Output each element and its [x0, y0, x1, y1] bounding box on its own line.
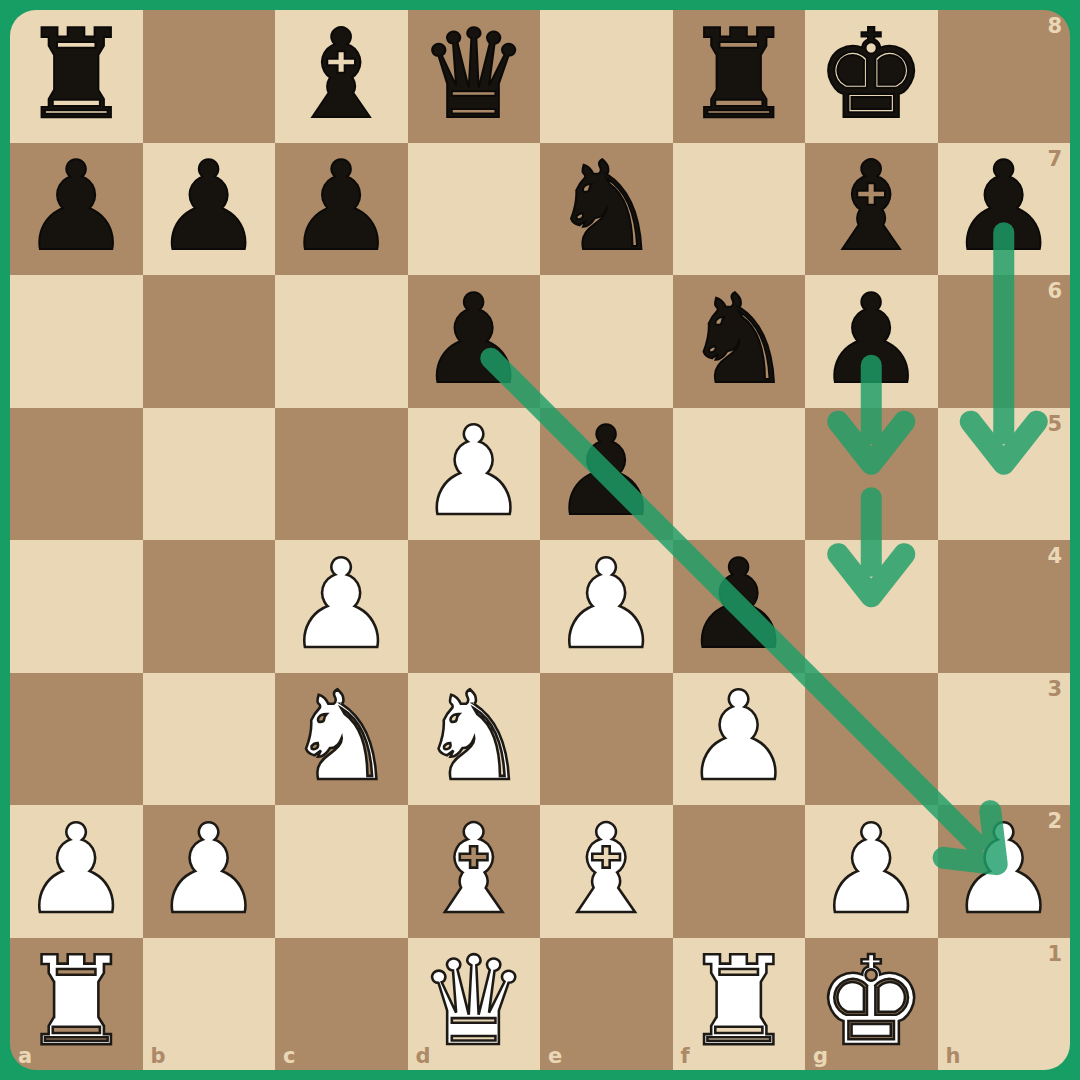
white-pawn-h2[interactable]: ♟	[949, 808, 1059, 931]
rank-label-3: 3	[1047, 679, 1062, 700]
white-pawn-g2[interactable]: ♟	[816, 808, 926, 931]
file-label-d: d	[416, 1046, 431, 1067]
square-a1[interactable]: ♜a	[10, 938, 143, 1071]
square-g7[interactable]: ♝	[805, 143, 938, 276]
square-g3[interactable]	[805, 673, 938, 806]
file-label-g: g	[813, 1046, 828, 1067]
black-pawn-c7[interactable]: ♟	[286, 145, 396, 268]
square-a3[interactable]	[10, 673, 143, 806]
black-king-g8[interactable]: ♚	[816, 13, 926, 136]
square-h5[interactable]: 5	[938, 408, 1071, 541]
square-h2[interactable]: ♟2	[938, 805, 1071, 938]
square-d2[interactable]: ♝	[408, 805, 541, 938]
file-label-a: a	[18, 1046, 32, 1067]
black-pawn-b7[interactable]: ♟	[154, 145, 264, 268]
square-h4[interactable]: 4	[938, 540, 1071, 673]
square-g6[interactable]: ♟	[805, 275, 938, 408]
black-knight-f6[interactable]: ♞	[684, 278, 794, 401]
square-d3[interactable]: ♞	[408, 673, 541, 806]
white-pawn-e4[interactable]: ♟	[551, 543, 661, 666]
rank-label-6: 6	[1047, 281, 1062, 302]
square-c5[interactable]	[275, 408, 408, 541]
rank-label-4: 4	[1047, 546, 1062, 567]
white-pawn-f3[interactable]: ♟	[684, 675, 794, 798]
white-pawn-a2[interactable]: ♟	[21, 808, 131, 931]
white-king-g1[interactable]: ♚	[816, 940, 926, 1063]
square-e7[interactable]: ♞	[540, 143, 673, 276]
square-g2[interactable]: ♟	[805, 805, 938, 938]
square-c3[interactable]: ♞	[275, 673, 408, 806]
square-b1[interactable]: b	[143, 938, 276, 1071]
square-b3[interactable]	[143, 673, 276, 806]
square-a8[interactable]: ♜	[10, 10, 143, 143]
rank-label-1: 1	[1047, 944, 1062, 965]
rank-label-8: 8	[1047, 16, 1062, 37]
square-a7[interactable]: ♟	[10, 143, 143, 276]
white-rook-f1[interactable]: ♜	[684, 940, 794, 1063]
square-d4[interactable]	[408, 540, 541, 673]
square-f8[interactable]: ♜	[673, 10, 806, 143]
black-bishop-g7[interactable]: ♝	[816, 145, 926, 268]
black-pawn-h7[interactable]: ♟	[949, 145, 1059, 268]
square-a5[interactable]	[10, 408, 143, 541]
file-label-e: e	[548, 1046, 562, 1067]
white-bishop-e2[interactable]: ♝	[551, 808, 661, 931]
chess-board: ♜♝♛♜♚8♟♟♟♞♝♟7♟♞♟6♟♟5♟♟♟4♞♞♟3♟♟♝♝♟♟2♜abc♛…	[10, 10, 1070, 1070]
square-c6[interactable]	[275, 275, 408, 408]
white-knight-d3[interactable]: ♞	[419, 675, 529, 798]
black-pawn-a7[interactable]: ♟	[21, 145, 131, 268]
square-e8[interactable]	[540, 10, 673, 143]
white-pawn-b2[interactable]: ♟	[154, 808, 264, 931]
square-f2[interactable]	[673, 805, 806, 938]
square-b6[interactable]	[143, 275, 276, 408]
square-g1[interactable]: ♚g	[805, 938, 938, 1071]
square-h6[interactable]: 6	[938, 275, 1071, 408]
square-d5[interactable]: ♟	[408, 408, 541, 541]
white-rook-a1[interactable]: ♜	[21, 940, 131, 1063]
black-pawn-g6[interactable]: ♟	[816, 278, 926, 401]
black-queen-d8[interactable]: ♛	[419, 13, 529, 136]
square-e6[interactable]	[540, 275, 673, 408]
square-a2[interactable]: ♟	[10, 805, 143, 938]
square-b4[interactable]	[143, 540, 276, 673]
file-label-f: f	[681, 1046, 690, 1067]
square-e2[interactable]: ♝	[540, 805, 673, 938]
square-f7[interactable]	[673, 143, 806, 276]
black-rook-f8[interactable]: ♜	[684, 13, 794, 136]
square-f5[interactable]	[673, 408, 806, 541]
square-e3[interactable]	[540, 673, 673, 806]
black-rook-a8[interactable]: ♜	[21, 13, 131, 136]
square-c7[interactable]: ♟	[275, 143, 408, 276]
white-pawn-c4[interactable]: ♟	[286, 543, 396, 666]
square-c2[interactable]	[275, 805, 408, 938]
square-e1[interactable]: e	[540, 938, 673, 1071]
square-f6[interactable]: ♞	[673, 275, 806, 408]
square-a6[interactable]	[10, 275, 143, 408]
file-label-c: c	[283, 1046, 295, 1067]
black-bishop-c8[interactable]: ♝	[286, 13, 396, 136]
square-h7[interactable]: ♟7	[938, 143, 1071, 276]
square-g4[interactable]	[805, 540, 938, 673]
square-h8[interactable]: 8	[938, 10, 1071, 143]
white-queen-d1[interactable]: ♛	[419, 940, 529, 1063]
board-frame: ♜♝♛♜♚8♟♟♟♞♝♟7♟♞♟6♟♟5♟♟♟4♞♞♟3♟♟♝♝♟♟2♜abc♛…	[0, 0, 1080, 1080]
square-d8[interactable]: ♛	[408, 10, 541, 143]
square-g5[interactable]	[805, 408, 938, 541]
black-knight-e7[interactable]: ♞	[551, 145, 661, 268]
square-e5[interactable]: ♟	[540, 408, 673, 541]
black-pawn-d6[interactable]: ♟	[419, 278, 529, 401]
square-h3[interactable]: 3	[938, 673, 1071, 806]
square-f1[interactable]: ♜f	[673, 938, 806, 1071]
black-pawn-e5[interactable]: ♟	[551, 410, 661, 533]
rank-label-2: 2	[1047, 811, 1062, 832]
square-b7[interactable]: ♟	[143, 143, 276, 276]
square-f4[interactable]: ♟	[673, 540, 806, 673]
square-c4[interactable]: ♟	[275, 540, 408, 673]
square-e4[interactable]: ♟	[540, 540, 673, 673]
square-a4[interactable]	[10, 540, 143, 673]
rank-label-5: 5	[1047, 414, 1062, 435]
white-pawn-d5[interactable]: ♟	[419, 410, 529, 533]
square-b2[interactable]: ♟	[143, 805, 276, 938]
file-label-b: b	[151, 1046, 166, 1067]
file-label-h: h	[946, 1046, 961, 1067]
square-h1[interactable]: 1h	[938, 938, 1071, 1071]
square-d7[interactable]	[408, 143, 541, 276]
square-b5[interactable]	[143, 408, 276, 541]
square-c8[interactable]: ♝	[275, 10, 408, 143]
square-b8[interactable]	[143, 10, 276, 143]
square-c1[interactable]: c	[275, 938, 408, 1071]
white-knight-c3[interactable]: ♞	[286, 675, 396, 798]
rank-label-7: 7	[1047, 149, 1062, 170]
square-g8[interactable]: ♚	[805, 10, 938, 143]
white-bishop-d2[interactable]: ♝	[419, 808, 529, 931]
black-pawn-f4[interactable]: ♟	[684, 543, 794, 666]
square-d1[interactable]: ♛d	[408, 938, 541, 1071]
square-f3[interactable]: ♟	[673, 673, 806, 806]
square-d6[interactable]: ♟	[408, 275, 541, 408]
